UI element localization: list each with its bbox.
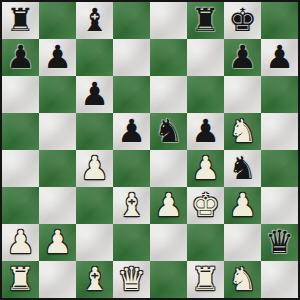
white-knight-piece[interactable]: ♞ — [228, 261, 257, 298]
white-king-piece[interactable]: ♚ — [191, 187, 220, 224]
square-f7[interactable] — [187, 39, 224, 76]
square-e6[interactable] — [150, 76, 187, 113]
square-d2[interactable] — [113, 224, 150, 261]
square-e8[interactable] — [150, 2, 187, 39]
square-e2[interactable] — [150, 224, 187, 261]
square-b1[interactable] — [39, 261, 76, 298]
square-c1[interactable]: ♝ — [76, 261, 113, 298]
square-b2[interactable]: ♟ — [39, 224, 76, 261]
white-pawn-piece[interactable]: ♟ — [154, 187, 183, 224]
white-bishop-piece[interactable]: ♝ — [80, 261, 109, 298]
black-pawn-piece[interactable]: ♟ — [191, 113, 220, 150]
square-g2[interactable] — [224, 224, 261, 261]
square-b3[interactable] — [39, 187, 76, 224]
square-c8[interactable]: ♝ — [76, 2, 113, 39]
square-a7[interactable]: ♟ — [2, 39, 39, 76]
square-h1[interactable] — [261, 261, 298, 298]
square-c3[interactable] — [76, 187, 113, 224]
square-g6[interactable] — [224, 76, 261, 113]
square-f3[interactable]: ♚ — [187, 187, 224, 224]
square-a5[interactable] — [2, 113, 39, 150]
square-d4[interactable] — [113, 150, 150, 187]
square-a8[interactable]: ♜ — [2, 2, 39, 39]
square-g5[interactable]: ♞ — [224, 113, 261, 150]
black-pawn-piece[interactable]: ♟ — [265, 39, 294, 76]
square-d3[interactable]: ♝ — [113, 187, 150, 224]
white-pawn-piece[interactable]: ♟ — [228, 187, 257, 224]
black-pawn-piece[interactable]: ♟ — [6, 39, 35, 76]
square-d8[interactable] — [113, 2, 150, 39]
square-c6[interactable]: ♟ — [76, 76, 113, 113]
square-g7[interactable]: ♟ — [224, 39, 261, 76]
white-pawn-piece[interactable]: ♟ — [191, 150, 220, 187]
black-pawn-piece[interactable]: ♟ — [43, 39, 72, 76]
black-pawn-piece[interactable]: ♟ — [228, 39, 257, 76]
square-a4[interactable] — [2, 150, 39, 187]
black-rook-piece[interactable]: ♜ — [6, 2, 35, 39]
black-rook-piece[interactable]: ♜ — [191, 2, 220, 39]
square-g3[interactable]: ♟ — [224, 187, 261, 224]
square-c2[interactable] — [76, 224, 113, 261]
square-h3[interactable] — [261, 187, 298, 224]
square-b4[interactable] — [39, 150, 76, 187]
square-b8[interactable] — [39, 2, 76, 39]
square-a2[interactable]: ♟ — [2, 224, 39, 261]
square-f1[interactable]: ♜ — [187, 261, 224, 298]
white-pawn-piece[interactable]: ♟ — [43, 224, 72, 261]
square-f8[interactable]: ♜ — [187, 2, 224, 39]
square-c5[interactable] — [76, 113, 113, 150]
white-bishop-piece[interactable]: ♝ — [117, 187, 146, 224]
square-d1[interactable]: ♛ — [113, 261, 150, 298]
white-rook-piece[interactable]: ♜ — [6, 261, 35, 298]
square-b6[interactable] — [39, 76, 76, 113]
square-b7[interactable]: ♟ — [39, 39, 76, 76]
black-queen-piece[interactable]: ♛ — [265, 224, 294, 261]
white-pawn-piece[interactable]: ♟ — [80, 150, 109, 187]
square-e1[interactable] — [150, 261, 187, 298]
black-king-piece[interactable]: ♚ — [228, 2, 257, 39]
square-h7[interactable]: ♟ — [261, 39, 298, 76]
white-queen-piece[interactable]: ♛ — [117, 261, 146, 298]
square-g8[interactable]: ♚ — [224, 2, 261, 39]
square-e7[interactable] — [150, 39, 187, 76]
square-h5[interactable] — [261, 113, 298, 150]
square-a1[interactable]: ♜ — [2, 261, 39, 298]
chess-board: ♜♝♜♚♟♟♟♟♟♟♞♟♞♟♟♞♝♟♚♟♟♟♛♜♝♛♜♞ — [0, 0, 300, 300]
board-grid: ♜♝♜♚♟♟♟♟♟♟♞♟♞♟♟♞♝♟♚♟♟♟♛♜♝♛♜♞ — [2, 2, 298, 298]
square-g4[interactable]: ♞ — [224, 150, 261, 187]
square-f2[interactable] — [187, 224, 224, 261]
square-g1[interactable]: ♞ — [224, 261, 261, 298]
square-d6[interactable] — [113, 76, 150, 113]
black-pawn-piece[interactable]: ♟ — [117, 113, 146, 150]
square-d5[interactable]: ♟ — [113, 113, 150, 150]
square-b5[interactable] — [39, 113, 76, 150]
black-knight-piece[interactable]: ♞ — [228, 150, 257, 187]
square-e3[interactable]: ♟ — [150, 187, 187, 224]
square-a3[interactable] — [2, 187, 39, 224]
square-h6[interactable] — [261, 76, 298, 113]
square-d7[interactable] — [113, 39, 150, 76]
square-c4[interactable]: ♟ — [76, 150, 113, 187]
square-c7[interactable] — [76, 39, 113, 76]
square-h4[interactable] — [261, 150, 298, 187]
square-e4[interactable] — [150, 150, 187, 187]
white-rook-piece[interactable]: ♜ — [191, 261, 220, 298]
white-pawn-piece[interactable]: ♟ — [6, 224, 35, 261]
square-h2[interactable]: ♛ — [261, 224, 298, 261]
square-f5[interactable]: ♟ — [187, 113, 224, 150]
black-knight-piece[interactable]: ♞ — [154, 113, 183, 150]
square-h8[interactable] — [261, 2, 298, 39]
square-e5[interactable]: ♞ — [150, 113, 187, 150]
square-a6[interactable] — [2, 76, 39, 113]
black-bishop-piece[interactable]: ♝ — [80, 2, 109, 39]
square-f4[interactable]: ♟ — [187, 150, 224, 187]
square-f6[interactable] — [187, 76, 224, 113]
black-pawn-piece[interactable]: ♟ — [80, 76, 109, 113]
white-knight-piece[interactable]: ♞ — [228, 113, 257, 150]
